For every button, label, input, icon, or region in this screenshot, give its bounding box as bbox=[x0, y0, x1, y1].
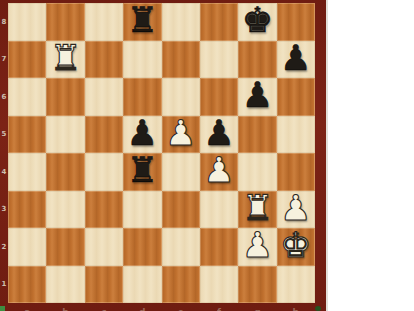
square-e3[interactable] bbox=[162, 191, 200, 229]
square-b6[interactable] bbox=[46, 78, 84, 116]
rank-label-6: 6 bbox=[0, 78, 8, 116]
square-a6[interactable] bbox=[8, 78, 46, 116]
square-a3[interactable] bbox=[8, 191, 46, 229]
square-c3[interactable] bbox=[85, 191, 123, 229]
file-label-d: d bbox=[123, 307, 161, 311]
square-a4[interactable] bbox=[8, 153, 46, 191]
square-f3[interactable] bbox=[200, 191, 238, 229]
square-g4[interactable] bbox=[238, 153, 276, 191]
piece-black-rook[interactable]: ♜ bbox=[127, 3, 158, 38]
file-labels: abcdefgh bbox=[8, 303, 315, 311]
square-g3[interactable]: ♜ bbox=[238, 191, 276, 229]
square-f4[interactable]: ♟ bbox=[200, 153, 238, 191]
square-e8[interactable] bbox=[162, 3, 200, 41]
square-e1[interactable] bbox=[162, 266, 200, 304]
rank-label-7: 7 bbox=[0, 41, 8, 79]
square-e5[interactable]: ♟ bbox=[162, 116, 200, 154]
rank-label-1: 1 bbox=[0, 266, 8, 304]
square-a8[interactable] bbox=[8, 3, 46, 41]
square-g1[interactable] bbox=[238, 266, 276, 304]
square-b8[interactable] bbox=[46, 3, 84, 41]
square-h4[interactable] bbox=[277, 153, 315, 191]
piece-black-pawn[interactable]: ♟ bbox=[127, 116, 158, 151]
square-d3[interactable] bbox=[123, 191, 161, 229]
square-a2[interactable] bbox=[8, 228, 46, 266]
square-b4[interactable] bbox=[46, 153, 84, 191]
rank-labels: 87654321 bbox=[0, 3, 8, 303]
file-label-h: h bbox=[277, 307, 315, 311]
piece-black-pawn[interactable]: ♟ bbox=[242, 78, 273, 113]
square-b3[interactable] bbox=[46, 191, 84, 229]
piece-black-pawn[interactable]: ♟ bbox=[203, 116, 234, 151]
square-c8[interactable] bbox=[85, 3, 123, 41]
square-a7[interactable] bbox=[8, 41, 46, 79]
square-d1[interactable] bbox=[123, 266, 161, 304]
piece-black-pawn[interactable]: ♟ bbox=[280, 41, 311, 76]
square-f1[interactable] bbox=[200, 266, 238, 304]
file-label-c: c bbox=[85, 307, 123, 311]
file-label-a: a bbox=[8, 307, 46, 311]
piece-white-pawn[interactable]: ♟ bbox=[165, 116, 196, 151]
square-c2[interactable] bbox=[85, 228, 123, 266]
square-g7[interactable] bbox=[238, 41, 276, 79]
square-h3[interactable]: ♟ bbox=[277, 191, 315, 229]
square-d7[interactable] bbox=[123, 41, 161, 79]
square-h5[interactable] bbox=[277, 116, 315, 154]
piece-white-pawn[interactable]: ♟ bbox=[203, 153, 234, 188]
file-label-e: e bbox=[162, 307, 200, 311]
square-d2[interactable] bbox=[123, 228, 161, 266]
square-d4[interactable]: ♜ bbox=[123, 153, 161, 191]
square-g2[interactable]: ♟ bbox=[238, 228, 276, 266]
piece-white-rook[interactable]: ♜ bbox=[242, 191, 273, 226]
rank-label-2: 2 bbox=[0, 228, 8, 266]
square-f2[interactable] bbox=[200, 228, 238, 266]
square-f5[interactable]: ♟ bbox=[200, 116, 238, 154]
rank-label-3: 3 bbox=[0, 191, 8, 229]
chess-board-frame: 87654321 ♜♚♜♟♟♟♟♟♜♟♜♟♟♚ abcdefgh bbox=[0, 0, 328, 311]
piece-black-king[interactable]: ♚ bbox=[242, 3, 273, 38]
square-h8[interactable] bbox=[277, 3, 315, 41]
square-e7[interactable] bbox=[162, 41, 200, 79]
rank-label-8: 8 bbox=[0, 3, 8, 41]
rank-label-5: 5 bbox=[0, 116, 8, 154]
square-c1[interactable] bbox=[85, 266, 123, 304]
piece-white-pawn[interactable]: ♟ bbox=[242, 228, 273, 263]
square-d6[interactable] bbox=[123, 78, 161, 116]
square-c6[interactable] bbox=[85, 78, 123, 116]
square-f7[interactable] bbox=[200, 41, 238, 79]
square-c7[interactable] bbox=[85, 41, 123, 79]
square-h7[interactable]: ♟ bbox=[277, 41, 315, 79]
file-label-b: b bbox=[46, 307, 84, 311]
corner-marker-green-right bbox=[315, 306, 321, 311]
square-f6[interactable] bbox=[200, 78, 238, 116]
square-e4[interactable] bbox=[162, 153, 200, 191]
square-c5[interactable] bbox=[85, 116, 123, 154]
square-g8[interactable]: ♚ bbox=[238, 3, 276, 41]
chess-board[interactable]: ♜♚♜♟♟♟♟♟♜♟♜♟♟♚ bbox=[8, 3, 315, 303]
square-d8[interactable]: ♜ bbox=[123, 3, 161, 41]
piece-white-rook[interactable]: ♜ bbox=[50, 41, 81, 76]
piece-white-king[interactable]: ♚ bbox=[280, 228, 311, 263]
file-label-g: g bbox=[238, 307, 276, 311]
piece-black-rook[interactable]: ♜ bbox=[127, 153, 158, 188]
square-g6[interactable]: ♟ bbox=[238, 78, 276, 116]
square-b7[interactable]: ♜ bbox=[46, 41, 84, 79]
square-e6[interactable] bbox=[162, 78, 200, 116]
square-h2[interactable]: ♚ bbox=[277, 228, 315, 266]
square-a5[interactable] bbox=[8, 116, 46, 154]
file-label-f: f bbox=[200, 307, 238, 311]
square-f8[interactable] bbox=[200, 3, 238, 41]
square-b5[interactable] bbox=[46, 116, 84, 154]
square-e2[interactable] bbox=[162, 228, 200, 266]
square-g5[interactable] bbox=[238, 116, 276, 154]
square-b2[interactable] bbox=[46, 228, 84, 266]
piece-white-pawn[interactable]: ♟ bbox=[280, 191, 311, 226]
square-a1[interactable] bbox=[8, 266, 46, 304]
rank-label-4: 4 bbox=[0, 153, 8, 191]
square-h6[interactable] bbox=[277, 78, 315, 116]
square-b1[interactable] bbox=[46, 266, 84, 304]
square-h1[interactable] bbox=[277, 266, 315, 304]
corner-marker-green-left bbox=[0, 306, 5, 311]
square-c4[interactable] bbox=[85, 153, 123, 191]
square-d5[interactable]: ♟ bbox=[123, 116, 161, 154]
